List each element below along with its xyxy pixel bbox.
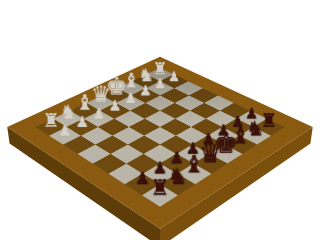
piece-white-pawn[interactable]: ♟	[154, 77, 166, 91]
piece-black-pawn[interactable]: ♟	[135, 171, 150, 188]
piece-black-rook[interactable]: ♜	[150, 177, 170, 199]
piece-black-knight[interactable]: ♞	[167, 165, 187, 188]
piece-white-pawn[interactable]: ♟	[139, 84, 152, 98]
piece-white-pawn[interactable]: ♟	[109, 99, 122, 113]
square-a2[interactable]: ♟	[49, 127, 81, 145]
piece-white-pawn[interactable]: ♟	[75, 115, 88, 130]
piece-white-pawn[interactable]: ♟	[58, 123, 72, 138]
scene: ♜♟♟♜♞♟♟♞♝♟♟♝♚♟♟♚♛♟♟♛♝♟♟♝♞♟♟♞♜♟♟♜	[0, 0, 320, 240]
chessboard-3d: ♜♟♟♜♞♟♟♞♝♟♟♝♚♟♟♚♛♟♟♛♝♟♟♝♞♟♟♞♜♟♟♜	[7, 57, 312, 229]
square-c4[interactable]	[112, 127, 144, 145]
piece-white-pawn[interactable]: ♟	[124, 92, 137, 106]
piece-white-pawn[interactable]: ♟	[168, 70, 180, 83]
piece-white-pawn[interactable]: ♟	[92, 107, 105, 122]
board-frame: ♜♟♟♜♞♟♟♞♝♟♟♝♚♟♟♚♛♟♟♛♝♟♟♝♞♟♟♞♜♟♟♜	[7, 57, 312, 229]
